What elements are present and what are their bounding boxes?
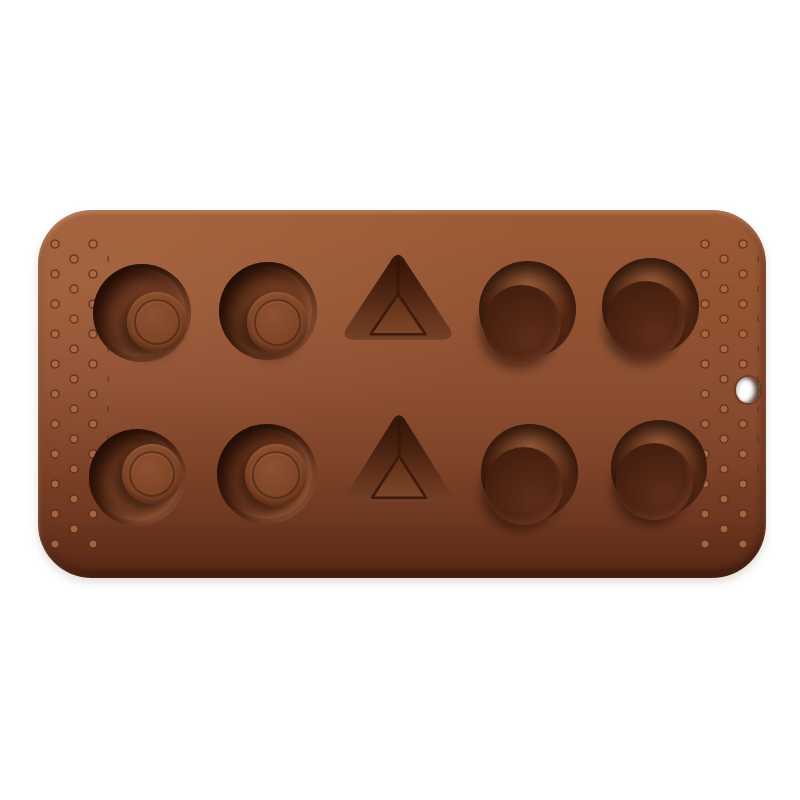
cavity-circle-dome xyxy=(481,424,578,521)
chocolate-mold xyxy=(38,210,766,578)
product-photo xyxy=(0,0,800,800)
cavity-circle-stepped xyxy=(217,424,317,524)
plug-cylinder xyxy=(245,444,307,506)
cavity-circle-stepped xyxy=(219,262,317,360)
hang-hole xyxy=(736,377,760,403)
cavity-triangle xyxy=(338,405,460,511)
cavity-circle-stepped xyxy=(89,429,186,526)
dome-bottom xyxy=(616,443,693,520)
cavity-circle-dome xyxy=(602,258,699,355)
plug-cylinder xyxy=(247,292,308,353)
triangle-recess-graphic xyxy=(336,245,460,347)
dome-bottom xyxy=(485,447,563,525)
dome-bottom xyxy=(483,285,561,363)
cavity-circle-dome xyxy=(479,261,576,358)
triangle-recess-graphic xyxy=(338,405,460,511)
cavity-circle-stepped xyxy=(93,264,191,362)
cavity-circle-dome xyxy=(611,420,707,516)
plug-cylinder xyxy=(122,444,182,504)
dome-bottom xyxy=(607,281,685,359)
cavity-triangle xyxy=(336,245,460,347)
plug-cylinder xyxy=(127,292,187,352)
